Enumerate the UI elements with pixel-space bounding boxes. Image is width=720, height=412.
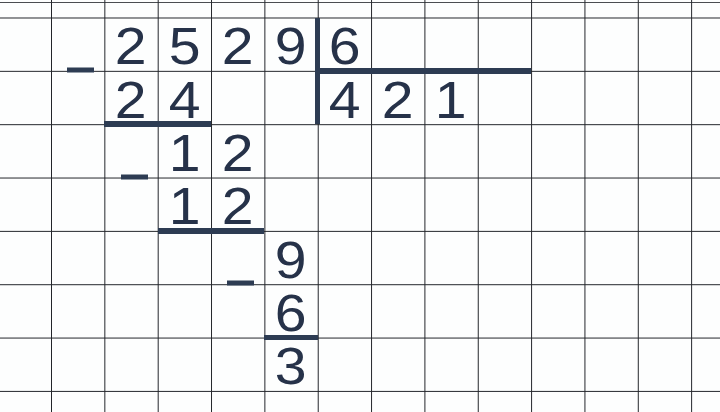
- digit-cell: 5: [155, 20, 214, 73]
- long-division-board: 25296244211212963: [0, 0, 720, 412]
- digit-cell: 4: [315, 73, 374, 126]
- digit-cell: 1: [155, 126, 214, 179]
- digit-cell: 1: [422, 73, 481, 126]
- digit-cell: 2: [208, 20, 267, 73]
- digit-cell: 1: [155, 180, 214, 233]
- digit-cell: 9: [262, 233, 321, 286]
- digit-cell: 2: [368, 73, 427, 126]
- squared-paper-worksheet: 25296244211212963: [0, 0, 720, 412]
- minus-sign: [121, 174, 148, 179]
- digit-cell: 4: [155, 73, 214, 126]
- digit-cell: 6: [262, 286, 321, 339]
- digit-cell: 2: [208, 180, 267, 233]
- digit-cell: 2: [102, 20, 161, 73]
- digit-cell: 2: [208, 126, 267, 179]
- minus-sign: [227, 281, 254, 286]
- digit-cell: 3: [262, 340, 321, 393]
- digit-cell: 6: [315, 20, 374, 73]
- digit-cell: 9: [262, 20, 321, 73]
- minus-sign: [67, 67, 94, 72]
- digit-cell: 2: [102, 73, 161, 126]
